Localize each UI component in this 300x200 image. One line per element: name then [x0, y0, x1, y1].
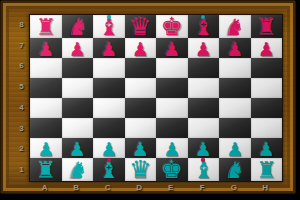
piece-black-pawn[interactable]: ♟ [163, 41, 180, 58]
square-f4[interactable] [188, 98, 220, 118]
square-e5[interactable] [156, 78, 188, 98]
piece-black-bishop[interactable]: ♝ [98, 17, 119, 38]
square-h6[interactable] [251, 58, 283, 78]
square-g5[interactable] [219, 78, 251, 98]
rank-label-6: 6 [15, 56, 28, 77]
rank-label-3: 3 [15, 118, 28, 139]
piece-black-pawn[interactable]: ♟ [258, 41, 275, 58]
square-h8[interactable]: ♜ [251, 15, 283, 38]
square-a3[interactable] [30, 118, 62, 138]
piece-black-pawn[interactable]: ♟ [226, 41, 243, 58]
file-label-c: C [92, 181, 124, 194]
square-f2[interactable]: ♟ [188, 138, 220, 158]
square-h2[interactable]: ♟ [251, 138, 283, 158]
file-label-g: G [218, 181, 250, 194]
piece-white-knight[interactable]: ♞ [67, 160, 88, 181]
piece-white-rook[interactable]: ♜ [35, 160, 56, 181]
square-e8[interactable]: ♚ [156, 15, 188, 38]
piece-black-king[interactable]: ♚ [161, 15, 183, 38]
square-g7[interactable]: ♟ [219, 38, 251, 58]
square-e6[interactable] [156, 58, 188, 78]
square-h5[interactable] [251, 78, 283, 98]
square-e3[interactable] [156, 118, 188, 138]
square-f5[interactable] [188, 78, 220, 98]
square-h7[interactable]: ♟ [251, 38, 283, 58]
square-g6[interactable] [219, 58, 251, 78]
square-d7[interactable]: ♟ [125, 38, 157, 58]
square-a1[interactable]: ♜ [30, 158, 62, 181]
square-g1[interactable]: ♞ [219, 158, 251, 181]
square-d6[interactable] [125, 58, 157, 78]
square-b1[interactable]: ♞ [62, 158, 94, 181]
square-b8[interactable]: ♞ [62, 15, 94, 38]
piece-black-rook[interactable]: ♜ [35, 17, 56, 38]
piece-white-pawn[interactable]: ♟ [258, 141, 275, 158]
piece-black-bishop[interactable]: ♝ [193, 17, 214, 38]
piece-black-knight[interactable]: ♞ [224, 17, 245, 38]
square-c5[interactable] [93, 78, 125, 98]
square-h1[interactable]: ♜ [251, 158, 283, 181]
piece-white-pawn[interactable]: ♟ [100, 141, 117, 158]
square-d5[interactable] [125, 78, 157, 98]
piece-white-pawn[interactable]: ♟ [69, 141, 86, 158]
square-b2[interactable]: ♟ [62, 138, 94, 158]
piece-white-bishop[interactable]: ♝ [98, 160, 119, 181]
square-a8[interactable]: ♜ [30, 15, 62, 38]
square-c2[interactable]: ♟ [93, 138, 125, 158]
file-label-h: H [250, 181, 282, 194]
rank-label-5: 5 [15, 76, 28, 97]
square-c7[interactable]: ♟ [93, 38, 125, 58]
rank-labels: 87654321 [15, 14, 28, 180]
piece-white-knight[interactable]: ♞ [224, 160, 245, 181]
square-e1[interactable]: ♚ [156, 158, 188, 181]
square-b4[interactable] [62, 98, 94, 118]
square-g3[interactable] [219, 118, 251, 138]
square-g4[interactable] [219, 98, 251, 118]
square-b7[interactable]: ♟ [62, 38, 94, 58]
square-d4[interactable] [125, 98, 157, 118]
piece-white-pawn[interactable]: ♟ [226, 141, 243, 158]
file-label-a: A [29, 181, 61, 194]
square-c6[interactable] [93, 58, 125, 78]
square-c8[interactable]: ♝ [93, 15, 125, 38]
piece-black-pawn[interactable]: ♟ [195, 41, 212, 58]
piece-black-pawn[interactable]: ♟ [132, 41, 149, 58]
file-label-b: B [61, 181, 93, 194]
square-g2[interactable]: ♟ [219, 138, 251, 158]
bishop-finial-dot [201, 158, 205, 162]
square-d8[interactable]: ♛ [125, 15, 157, 38]
square-f3[interactable] [188, 118, 220, 138]
square-e7[interactable]: ♟ [156, 38, 188, 58]
piece-white-bishop[interactable]: ♝ [193, 160, 214, 181]
piece-white-pawn[interactable]: ♟ [195, 141, 212, 158]
square-d1[interactable]: ♛ [125, 158, 157, 181]
wooden-frame: 87654321 ABCDEFGH ♜♞♝♛♚♝♞♜♟♟♟♟♟♟♟♟♟♟♟♟♟♟… [0, 0, 296, 194]
piece-black-queen[interactable]: ♛ [129, 15, 151, 38]
square-g8[interactable]: ♞ [219, 15, 251, 38]
square-b3[interactable] [62, 118, 94, 138]
square-f8[interactable]: ♝ [188, 15, 220, 38]
square-e4[interactable] [156, 98, 188, 118]
square-a4[interactable] [30, 98, 62, 118]
square-b5[interactable] [62, 78, 94, 98]
file-label-f: F [187, 181, 219, 194]
rank-label-8: 8 [15, 14, 28, 35]
square-b6[interactable] [62, 58, 94, 78]
rank-label-4: 4 [15, 97, 28, 118]
square-f1[interactable]: ♝ [188, 158, 220, 181]
piece-white-king[interactable]: ♚ [161, 158, 183, 181]
file-labels: ABCDEFGH [29, 181, 281, 194]
square-c1[interactable]: ♝ [93, 158, 125, 181]
piece-white-rook[interactable]: ♜ [256, 160, 277, 181]
square-a6[interactable] [30, 58, 62, 78]
chess-board: ♜♞♝♛♚♝♞♜♟♟♟♟♟♟♟♟♟♟♟♟♟♟♟♟♜♞♝♛♚♝♞♜ [29, 14, 283, 182]
rank-label-7: 7 [15, 35, 28, 56]
square-h3[interactable] [251, 118, 283, 138]
piece-black-pawn[interactable]: ♟ [100, 41, 117, 58]
square-c3[interactable] [93, 118, 125, 138]
square-h4[interactable] [251, 98, 283, 118]
piece-black-pawn[interactable]: ♟ [37, 41, 54, 58]
bishop-finial-dot [107, 158, 111, 162]
piece-white-pawn[interactable]: ♟ [37, 141, 54, 158]
square-f7[interactable]: ♟ [188, 38, 220, 58]
piece-black-pawn[interactable]: ♟ [69, 41, 86, 58]
piece-black-rook[interactable]: ♜ [256, 17, 277, 38]
square-a2[interactable]: ♟ [30, 138, 62, 158]
piece-black-knight[interactable]: ♞ [67, 17, 88, 38]
square-f6[interactable] [188, 58, 220, 78]
rank-label-2: 2 [15, 139, 28, 160]
square-a7[interactable]: ♟ [30, 38, 62, 58]
square-d3[interactable] [125, 118, 157, 138]
square-a5[interactable] [30, 78, 62, 98]
piece-white-queen[interactable]: ♛ [129, 158, 151, 181]
bishop-finial-dot [201, 15, 205, 19]
rank-label-1: 1 [15, 159, 28, 180]
square-c4[interactable] [93, 98, 125, 118]
bishop-finial-dot [107, 15, 111, 19]
